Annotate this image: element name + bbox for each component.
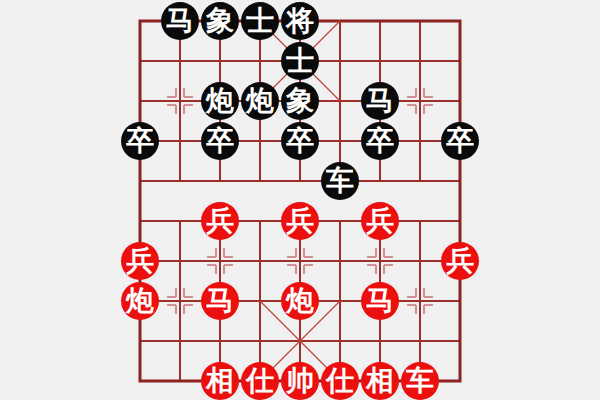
piece-black-horse[interactable]: 马 <box>161 2 199 40</box>
piece-red-elephant[interactable]: 相 <box>361 362 399 400</box>
piece-red-soldier[interactable]: 兵 <box>361 202 399 240</box>
piece-red-elephant[interactable]: 相 <box>201 362 239 400</box>
piece-black-soldier[interactable]: 卒 <box>441 122 479 160</box>
piece-red-soldier[interactable]: 兵 <box>201 202 239 240</box>
piece-black-soldier[interactable]: 卒 <box>201 122 239 160</box>
piece-black-general[interactable]: 将 <box>281 2 319 40</box>
xiangqi-board: 马象士将士炮炮象马卒卒卒卒卒车兵兵兵兵兵炮马炮马相仕帅仕相车 <box>0 0 600 400</box>
piece-black-cannon[interactable]: 炮 <box>241 82 279 120</box>
piece-red-advisor[interactable]: 仕 <box>241 362 279 400</box>
piece-red-chariot[interactable]: 车 <box>401 362 439 400</box>
piece-black-advisor[interactable]: 士 <box>281 42 319 80</box>
piece-red-horse[interactable]: 马 <box>361 282 399 320</box>
piece-black-soldier[interactable]: 卒 <box>121 122 159 160</box>
piece-black-soldier[interactable]: 卒 <box>361 122 399 160</box>
piece-black-elephant[interactable]: 象 <box>201 2 239 40</box>
piece-red-soldier[interactable]: 兵 <box>121 242 159 280</box>
piece-red-soldier[interactable]: 兵 <box>441 242 479 280</box>
piece-black-cannon[interactable]: 炮 <box>201 82 239 120</box>
piece-red-general[interactable]: 帅 <box>281 362 319 400</box>
piece-black-chariot[interactable]: 车 <box>321 162 359 200</box>
piece-red-cannon[interactable]: 炮 <box>281 282 319 320</box>
piece-red-horse[interactable]: 马 <box>201 282 239 320</box>
piece-red-cannon[interactable]: 炮 <box>121 282 159 320</box>
piece-black-horse[interactable]: 马 <box>361 82 399 120</box>
piece-black-elephant[interactable]: 象 <box>281 82 319 120</box>
piece-red-advisor[interactable]: 仕 <box>321 362 359 400</box>
piece-red-soldier[interactable]: 兵 <box>281 202 319 240</box>
piece-black-soldier[interactable]: 卒 <box>281 122 319 160</box>
piece-layer: 马象士将士炮炮象马卒卒卒卒卒车兵兵兵兵兵炮马炮马相仕帅仕相车 <box>120 1 480 400</box>
piece-black-advisor[interactable]: 士 <box>241 2 279 40</box>
